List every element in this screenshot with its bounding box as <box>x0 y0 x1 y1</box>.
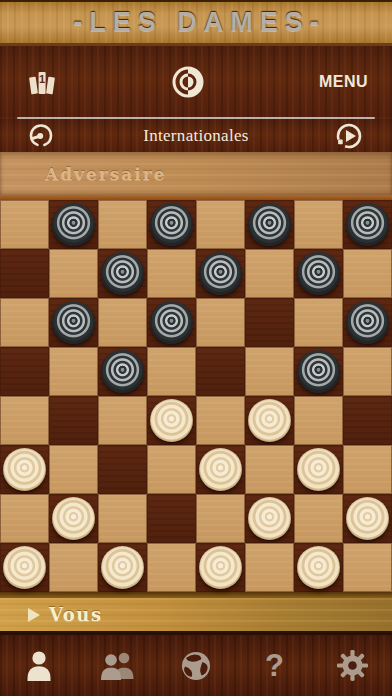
board-cell-r7c7[interactable] <box>343 543 392 592</box>
app-title: -LES DAMES- <box>66 7 326 38</box>
white-piece[interactable] <box>199 546 242 589</box>
board-cell-r3c2[interactable] <box>98 347 147 396</box>
board-cell-r1c3[interactable] <box>147 249 196 298</box>
board-cell-r1c4[interactable] <box>196 249 245 298</box>
white-piece[interactable] <box>297 448 340 491</box>
people-icon <box>99 650 136 681</box>
nav-single-player[interactable] <box>0 635 78 696</box>
board-cell-r3c3[interactable] <box>147 347 196 396</box>
nav-two-players[interactable] <box>78 635 156 696</box>
board-cell-r3c4[interactable] <box>196 347 245 396</box>
board-cell-r6c7[interactable] <box>343 494 392 543</box>
menu-button[interactable]: MENU <box>319 73 368 91</box>
you-label: Vous <box>49 604 103 625</box>
board-cell-r3c7[interactable] <box>343 347 392 396</box>
board-cell-r4c4[interactable] <box>196 396 245 445</box>
board-cell-r6c4[interactable] <box>196 494 245 543</box>
board-cell-r1c7[interactable] <box>343 249 392 298</box>
board-cell-r6c6[interactable] <box>294 494 343 543</box>
black-piece[interactable] <box>150 203 193 246</box>
board-cell-r0c4[interactable] <box>196 200 245 249</box>
opponent-label: Adversaire <box>45 164 167 184</box>
board-cell-r5c5[interactable] <box>245 445 294 494</box>
board-cell-r4c0[interactable] <box>0 396 49 445</box>
black-piece[interactable] <box>101 350 144 393</box>
board-cell-r5c6[interactable] <box>294 445 343 494</box>
black-piece[interactable] <box>248 203 291 246</box>
board-cell-r4c5[interactable] <box>245 396 294 445</box>
board-cell-r6c5[interactable] <box>245 494 294 543</box>
white-piece[interactable] <box>346 497 389 540</box>
gear-icon <box>336 649 369 682</box>
replay-icon[interactable] <box>334 121 364 151</box>
opponent-bar: Adversaire <box>0 152 392 195</box>
you-bar: Vous <box>0 598 392 633</box>
board-cell-r4c2[interactable] <box>98 396 147 445</box>
board-cell-r1c2[interactable] <box>98 249 147 298</box>
board-cell-r2c4[interactable] <box>196 298 245 347</box>
board-cell-r4c7[interactable] <box>343 396 392 445</box>
board-cell-r1c6[interactable] <box>294 249 343 298</box>
board-cell-r7c3[interactable] <box>147 543 196 592</box>
nav-online[interactable] <box>157 635 235 696</box>
black-piece[interactable] <box>346 301 389 344</box>
board[interactable] <box>0 200 392 592</box>
board-cell-r2c5[interactable] <box>245 298 294 347</box>
board-cell-r3c1[interactable] <box>49 347 98 396</box>
board-cell-r7c0[interactable] <box>0 543 49 592</box>
turn-indicator-triangle-icon <box>28 608 40 622</box>
board-cell-r7c6[interactable] <box>294 543 343 592</box>
board-cell-r1c1[interactable] <box>49 249 98 298</box>
board-cell-r5c3[interactable] <box>147 445 196 494</box>
board-cell-r0c7[interactable] <box>343 200 392 249</box>
game-bar: Internationales <box>0 119 392 152</box>
white-piece[interactable] <box>52 497 95 540</box>
title-bar: -LES DAMES- <box>0 0 392 46</box>
white-piece[interactable] <box>199 448 242 491</box>
ranking-podium-icon[interactable]: 1 <box>27 68 57 96</box>
board-cell-r4c3[interactable] <box>147 396 196 445</box>
board-cell-r5c0[interactable] <box>0 445 49 494</box>
board-cell-r5c4[interactable] <box>196 445 245 494</box>
black-piece[interactable] <box>297 252 340 295</box>
white-piece[interactable] <box>101 546 144 589</box>
board-cell-r0c1[interactable] <box>49 200 98 249</box>
white-piece[interactable] <box>150 399 193 442</box>
black-piece[interactable] <box>52 203 95 246</box>
question-mark-icon: ? <box>265 650 284 681</box>
board-cell-r7c1[interactable] <box>49 543 98 592</box>
white-piece[interactable] <box>3 546 46 589</box>
board-cell-r0c5[interactable] <box>245 200 294 249</box>
board-cell-r6c2[interactable] <box>98 494 147 543</box>
board-cell-r0c3[interactable] <box>147 200 196 249</box>
black-piece[interactable] <box>101 252 144 295</box>
black-piece[interactable] <box>346 203 389 246</box>
piece-color-contrast-icon[interactable] <box>169 63 207 101</box>
board-cell-r2c3[interactable] <box>147 298 196 347</box>
board-cell-r0c0[interactable] <box>0 200 49 249</box>
board-cell-r7c2[interactable] <box>98 543 147 592</box>
white-piece[interactable] <box>248 497 291 540</box>
globe-icon <box>180 650 212 682</box>
white-piece[interactable] <box>248 399 291 442</box>
white-piece[interactable] <box>3 448 46 491</box>
board-cell-r3c0[interactable] <box>0 347 49 396</box>
difficulty-gauge-icon[interactable] <box>27 123 55 149</box>
nav-settings[interactable] <box>314 635 392 696</box>
person-icon <box>24 649 54 682</box>
les-dames-app: -LES DAMES- 1 <box>0 0 392 696</box>
white-piece[interactable] <box>297 546 340 589</box>
podium-rank-number: 1 <box>39 72 45 84</box>
board-cell-r1c0[interactable] <box>0 249 49 298</box>
toolbar: 1 MENU <box>0 46 392 117</box>
black-piece[interactable] <box>199 252 242 295</box>
nav-help[interactable]: ? <box>235 635 313 696</box>
board-cell-r2c6[interactable] <box>294 298 343 347</box>
board-cell-r3c6[interactable] <box>294 347 343 396</box>
board-cell-r2c7[interactable] <box>343 298 392 347</box>
board-cell-r1c5[interactable] <box>245 249 294 298</box>
board-cell-r7c5[interactable] <box>245 543 294 592</box>
bottom-navbar: ? <box>0 633 392 696</box>
board-cell-r2c0[interactable] <box>0 298 49 347</box>
board-cell-r5c7[interactable] <box>343 445 392 494</box>
board-cell-r5c2[interactable] <box>98 445 147 494</box>
board-cell-r6c3[interactable] <box>147 494 196 543</box>
board-cell-r2c1[interactable] <box>49 298 98 347</box>
board-cell-r6c1[interactable] <box>49 494 98 543</box>
board-cell-r5c1[interactable] <box>49 445 98 494</box>
board-cell-r2c2[interactable] <box>98 298 147 347</box>
board-cell-r7c4[interactable] <box>196 543 245 592</box>
black-piece[interactable] <box>150 301 193 344</box>
board-cell-r4c1[interactable] <box>49 396 98 445</box>
black-piece[interactable] <box>297 350 340 393</box>
black-piece[interactable] <box>52 301 95 344</box>
board-cell-r0c6[interactable] <box>294 200 343 249</box>
board-cell-r6c0[interactable] <box>0 494 49 543</box>
board-cell-r3c5[interactable] <box>245 347 294 396</box>
board-cell-r4c6[interactable] <box>294 396 343 445</box>
board-cell-r0c2[interactable] <box>98 200 147 249</box>
